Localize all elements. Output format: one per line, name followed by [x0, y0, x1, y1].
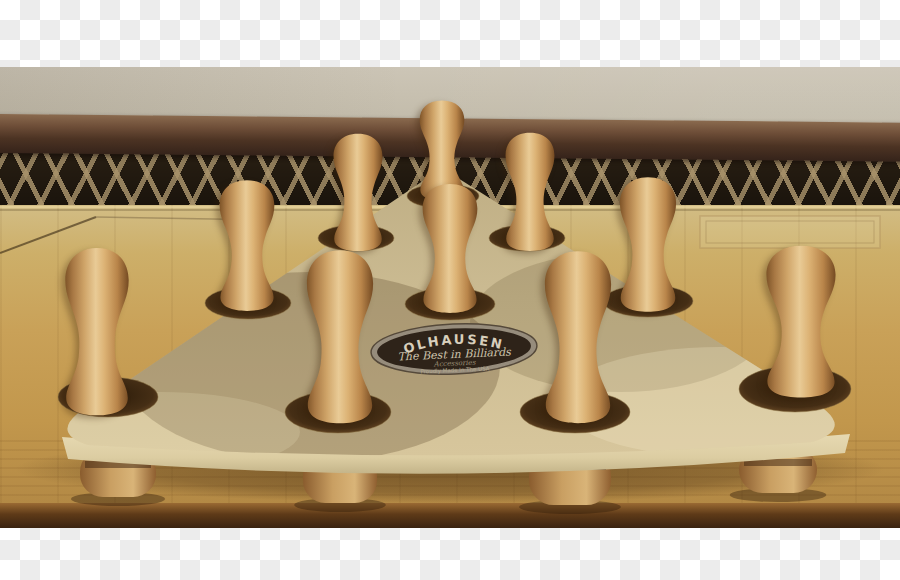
pin-3[interactable] [496, 130, 564, 253]
pin-4[interactable] [209, 177, 285, 313]
pin-5[interactable] [412, 181, 488, 315]
pins-layer [0, 67, 900, 528]
pin-2[interactable] [324, 131, 392, 253]
photo-area: OLHAUSEN The Best in Billiards Accessori… [0, 67, 900, 528]
pin-7[interactable] [53, 244, 141, 418]
pin-8[interactable] [294, 246, 386, 426]
pin-9[interactable] [532, 247, 624, 426]
pin-10[interactable] [753, 242, 849, 400]
screenshot: OLHAUSEN The Best in Billiards Accessori… [0, 0, 900, 580]
